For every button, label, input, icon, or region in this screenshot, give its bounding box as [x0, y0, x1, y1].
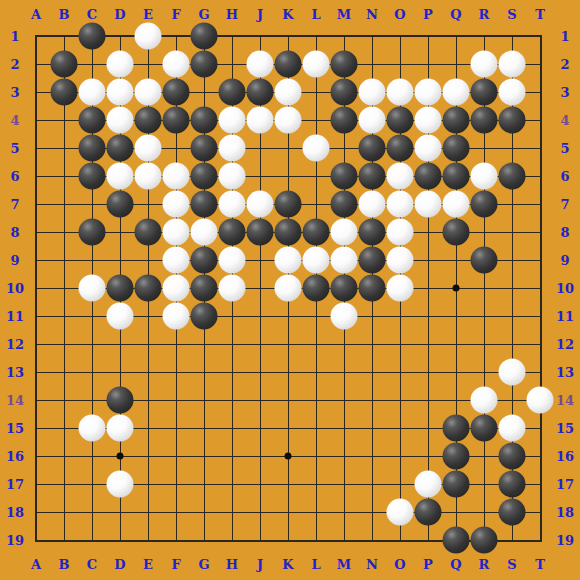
intersection-R18[interactable]: [470, 498, 498, 526]
intersection-J16[interactable]: [246, 442, 274, 470]
intersection-Q14[interactable]: [442, 386, 470, 414]
intersection-D11[interactable]: [106, 302, 134, 330]
intersection-S2[interactable]: [498, 50, 526, 78]
intersection-Q16[interactable]: [442, 442, 470, 470]
intersection-H4[interactable]: [218, 106, 246, 134]
intersection-J18[interactable]: [246, 498, 274, 526]
intersection-C11[interactable]: [78, 302, 106, 330]
intersection-S15[interactable]: [498, 414, 526, 442]
intersection-M11[interactable]: [330, 302, 358, 330]
intersection-K7[interactable]: [274, 190, 302, 218]
intersection-O7[interactable]: [386, 190, 414, 218]
intersection-B17[interactable]: [50, 470, 78, 498]
intersection-B7[interactable]: [50, 190, 78, 218]
intersection-P16[interactable]: [414, 442, 442, 470]
intersection-G6[interactable]: [190, 162, 218, 190]
intersection-M3[interactable]: [330, 78, 358, 106]
intersection-F13[interactable]: [162, 358, 190, 386]
intersection-H16[interactable]: [218, 442, 246, 470]
intersection-P9[interactable]: [414, 246, 442, 274]
intersection-R17[interactable]: [470, 470, 498, 498]
intersection-S12[interactable]: [498, 330, 526, 358]
intersection-M13[interactable]: [330, 358, 358, 386]
intersection-R15[interactable]: [470, 414, 498, 442]
intersection-G1[interactable]: [190, 22, 218, 50]
intersection-P15[interactable]: [414, 414, 442, 442]
intersection-E3[interactable]: [134, 78, 162, 106]
intersection-G13[interactable]: [190, 358, 218, 386]
intersection-M15[interactable]: [330, 414, 358, 442]
intersection-C10[interactable]: [78, 274, 106, 302]
intersection-D12[interactable]: [106, 330, 134, 358]
intersection-P3[interactable]: [414, 78, 442, 106]
intersection-O2[interactable]: [386, 50, 414, 78]
intersection-N5[interactable]: [358, 134, 386, 162]
intersection-N4[interactable]: [358, 106, 386, 134]
intersection-C5[interactable]: [78, 134, 106, 162]
intersection-N10[interactable]: [358, 274, 386, 302]
intersection-F12[interactable]: [162, 330, 190, 358]
intersection-S9[interactable]: [498, 246, 526, 274]
intersection-R10[interactable]: [470, 274, 498, 302]
intersection-N19[interactable]: [358, 526, 386, 554]
intersection-L15[interactable]: [302, 414, 330, 442]
intersection-D19[interactable]: [106, 526, 134, 554]
intersection-E12[interactable]: [134, 330, 162, 358]
intersection-H8[interactable]: [218, 218, 246, 246]
intersection-K13[interactable]: [274, 358, 302, 386]
intersection-E15[interactable]: [134, 414, 162, 442]
intersection-H15[interactable]: [218, 414, 246, 442]
intersection-A8[interactable]: [22, 218, 50, 246]
intersection-C17[interactable]: [78, 470, 106, 498]
intersection-B19[interactable]: [50, 526, 78, 554]
intersection-M5[interactable]: [330, 134, 358, 162]
intersection-Q19[interactable]: [442, 526, 470, 554]
intersection-D8[interactable]: [106, 218, 134, 246]
intersection-B9[interactable]: [50, 246, 78, 274]
intersection-E19[interactable]: [134, 526, 162, 554]
intersection-T2[interactable]: [526, 50, 554, 78]
intersection-T1[interactable]: [526, 22, 554, 50]
intersection-D10[interactable]: [106, 274, 134, 302]
intersection-R13[interactable]: [470, 358, 498, 386]
intersection-B5[interactable]: [50, 134, 78, 162]
intersection-J7[interactable]: [246, 190, 274, 218]
intersection-E13[interactable]: [134, 358, 162, 386]
intersection-E17[interactable]: [134, 470, 162, 498]
intersection-M16[interactable]: [330, 442, 358, 470]
intersection-C7[interactable]: [78, 190, 106, 218]
intersection-C6[interactable]: [78, 162, 106, 190]
intersection-L3[interactable]: [302, 78, 330, 106]
intersection-C3[interactable]: [78, 78, 106, 106]
intersection-S14[interactable]: [498, 386, 526, 414]
intersection-C19[interactable]: [78, 526, 106, 554]
intersection-B1[interactable]: [50, 22, 78, 50]
intersection-L17[interactable]: [302, 470, 330, 498]
intersection-H18[interactable]: [218, 498, 246, 526]
intersection-P18[interactable]: [414, 498, 442, 526]
intersection-T8[interactable]: [526, 218, 554, 246]
intersection-F11[interactable]: [162, 302, 190, 330]
intersection-B3[interactable]: [50, 78, 78, 106]
intersection-M18[interactable]: [330, 498, 358, 526]
intersection-K12[interactable]: [274, 330, 302, 358]
intersection-R14[interactable]: [470, 386, 498, 414]
intersection-N18[interactable]: [358, 498, 386, 526]
intersection-B16[interactable]: [50, 442, 78, 470]
intersection-D2[interactable]: [106, 50, 134, 78]
intersection-S7[interactable]: [498, 190, 526, 218]
intersection-O8[interactable]: [386, 218, 414, 246]
intersection-O15[interactable]: [386, 414, 414, 442]
intersection-O6[interactable]: [386, 162, 414, 190]
intersection-G2[interactable]: [190, 50, 218, 78]
intersection-K18[interactable]: [274, 498, 302, 526]
intersection-L5[interactable]: [302, 134, 330, 162]
intersection-P1[interactable]: [414, 22, 442, 50]
intersection-A2[interactable]: [22, 50, 50, 78]
intersection-D16[interactable]: [106, 442, 134, 470]
intersection-P10[interactable]: [414, 274, 442, 302]
intersection-D13[interactable]: [106, 358, 134, 386]
intersection-L7[interactable]: [302, 190, 330, 218]
intersection-K2[interactable]: [274, 50, 302, 78]
intersection-S13[interactable]: [498, 358, 526, 386]
intersection-L13[interactable]: [302, 358, 330, 386]
intersection-G16[interactable]: [190, 442, 218, 470]
intersection-S1[interactable]: [498, 22, 526, 50]
intersection-J3[interactable]: [246, 78, 274, 106]
intersection-G10[interactable]: [190, 274, 218, 302]
intersection-M1[interactable]: [330, 22, 358, 50]
intersection-R19[interactable]: [470, 526, 498, 554]
intersection-F16[interactable]: [162, 442, 190, 470]
intersection-C16[interactable]: [78, 442, 106, 470]
intersection-P13[interactable]: [414, 358, 442, 386]
intersection-S17[interactable]: [498, 470, 526, 498]
intersection-H7[interactable]: [218, 190, 246, 218]
intersection-A5[interactable]: [22, 134, 50, 162]
intersection-A1[interactable]: [22, 22, 50, 50]
intersection-B11[interactable]: [50, 302, 78, 330]
intersection-J6[interactable]: [246, 162, 274, 190]
intersection-H1[interactable]: [218, 22, 246, 50]
intersection-B4[interactable]: [50, 106, 78, 134]
intersection-D5[interactable]: [106, 134, 134, 162]
intersection-M8[interactable]: [330, 218, 358, 246]
intersection-O5[interactable]: [386, 134, 414, 162]
intersection-O9[interactable]: [386, 246, 414, 274]
intersection-L19[interactable]: [302, 526, 330, 554]
intersection-O1[interactable]: [386, 22, 414, 50]
intersection-E16[interactable]: [134, 442, 162, 470]
intersection-S19[interactable]: [498, 526, 526, 554]
intersection-P14[interactable]: [414, 386, 442, 414]
intersection-P7[interactable]: [414, 190, 442, 218]
intersection-S8[interactable]: [498, 218, 526, 246]
intersection-N3[interactable]: [358, 78, 386, 106]
intersection-H5[interactable]: [218, 134, 246, 162]
intersection-C4[interactable]: [78, 106, 106, 134]
intersection-H14[interactable]: [218, 386, 246, 414]
intersection-P17[interactable]: [414, 470, 442, 498]
intersection-T14[interactable]: [526, 386, 554, 414]
intersection-K16[interactable]: [274, 442, 302, 470]
intersection-T16[interactable]: [526, 442, 554, 470]
intersection-E7[interactable]: [134, 190, 162, 218]
intersection-R3[interactable]: [470, 78, 498, 106]
intersection-R2[interactable]: [470, 50, 498, 78]
intersection-G7[interactable]: [190, 190, 218, 218]
intersection-G18[interactable]: [190, 498, 218, 526]
intersection-C9[interactable]: [78, 246, 106, 274]
intersection-B10[interactable]: [50, 274, 78, 302]
intersection-F9[interactable]: [162, 246, 190, 274]
intersection-O16[interactable]: [386, 442, 414, 470]
intersection-F19[interactable]: [162, 526, 190, 554]
intersection-R6[interactable]: [470, 162, 498, 190]
intersection-N13[interactable]: [358, 358, 386, 386]
intersection-Q13[interactable]: [442, 358, 470, 386]
intersection-C15[interactable]: [78, 414, 106, 442]
intersection-M10[interactable]: [330, 274, 358, 302]
intersection-K10[interactable]: [274, 274, 302, 302]
intersection-L11[interactable]: [302, 302, 330, 330]
intersection-B12[interactable]: [50, 330, 78, 358]
intersection-D17[interactable]: [106, 470, 134, 498]
intersection-K15[interactable]: [274, 414, 302, 442]
intersection-N16[interactable]: [358, 442, 386, 470]
intersection-F18[interactable]: [162, 498, 190, 526]
intersection-P12[interactable]: [414, 330, 442, 358]
intersection-T15[interactable]: [526, 414, 554, 442]
intersection-T5[interactable]: [526, 134, 554, 162]
intersection-O13[interactable]: [386, 358, 414, 386]
intersection-L8[interactable]: [302, 218, 330, 246]
intersection-A3[interactable]: [22, 78, 50, 106]
intersection-H6[interactable]: [218, 162, 246, 190]
intersection-T9[interactable]: [526, 246, 554, 274]
intersection-C14[interactable]: [78, 386, 106, 414]
intersection-E10[interactable]: [134, 274, 162, 302]
intersection-N17[interactable]: [358, 470, 386, 498]
intersection-L1[interactable]: [302, 22, 330, 50]
intersection-J5[interactable]: [246, 134, 274, 162]
intersection-O14[interactable]: [386, 386, 414, 414]
intersection-K14[interactable]: [274, 386, 302, 414]
intersection-G14[interactable]: [190, 386, 218, 414]
intersection-Q17[interactable]: [442, 470, 470, 498]
intersection-A14[interactable]: [22, 386, 50, 414]
intersection-A12[interactable]: [22, 330, 50, 358]
intersection-E4[interactable]: [134, 106, 162, 134]
intersection-D4[interactable]: [106, 106, 134, 134]
intersection-H19[interactable]: [218, 526, 246, 554]
intersection-E5[interactable]: [134, 134, 162, 162]
intersection-Q10[interactable]: [442, 274, 470, 302]
intersection-T4[interactable]: [526, 106, 554, 134]
intersection-G19[interactable]: [190, 526, 218, 554]
intersection-Q15[interactable]: [442, 414, 470, 442]
intersection-R1[interactable]: [470, 22, 498, 50]
intersection-O19[interactable]: [386, 526, 414, 554]
intersection-Q2[interactable]: [442, 50, 470, 78]
intersection-N7[interactable]: [358, 190, 386, 218]
intersection-N14[interactable]: [358, 386, 386, 414]
intersection-P6[interactable]: [414, 162, 442, 190]
intersection-T19[interactable]: [526, 526, 554, 554]
intersection-E2[interactable]: [134, 50, 162, 78]
intersection-J13[interactable]: [246, 358, 274, 386]
intersection-K3[interactable]: [274, 78, 302, 106]
intersection-S16[interactable]: [498, 442, 526, 470]
intersection-K5[interactable]: [274, 134, 302, 162]
intersection-T18[interactable]: [526, 498, 554, 526]
intersection-O18[interactable]: [386, 498, 414, 526]
intersection-F5[interactable]: [162, 134, 190, 162]
intersection-D14[interactable]: [106, 386, 134, 414]
intersection-H3[interactable]: [218, 78, 246, 106]
intersection-K6[interactable]: [274, 162, 302, 190]
intersection-D7[interactable]: [106, 190, 134, 218]
intersection-Q5[interactable]: [442, 134, 470, 162]
intersection-K8[interactable]: [274, 218, 302, 246]
intersection-F15[interactable]: [162, 414, 190, 442]
intersection-M6[interactable]: [330, 162, 358, 190]
intersection-J9[interactable]: [246, 246, 274, 274]
intersection-E6[interactable]: [134, 162, 162, 190]
intersection-K1[interactable]: [274, 22, 302, 50]
intersection-P11[interactable]: [414, 302, 442, 330]
intersection-J19[interactable]: [246, 526, 274, 554]
intersection-A16[interactable]: [22, 442, 50, 470]
intersection-O12[interactable]: [386, 330, 414, 358]
intersection-T10[interactable]: [526, 274, 554, 302]
intersection-H12[interactable]: [218, 330, 246, 358]
intersection-H9[interactable]: [218, 246, 246, 274]
intersection-R12[interactable]: [470, 330, 498, 358]
intersection-F6[interactable]: [162, 162, 190, 190]
intersection-P4[interactable]: [414, 106, 442, 134]
intersection-J15[interactable]: [246, 414, 274, 442]
intersection-T7[interactable]: [526, 190, 554, 218]
intersection-P8[interactable]: [414, 218, 442, 246]
intersection-C8[interactable]: [78, 218, 106, 246]
intersection-L4[interactable]: [302, 106, 330, 134]
intersection-B14[interactable]: [50, 386, 78, 414]
intersection-L18[interactable]: [302, 498, 330, 526]
intersection-F4[interactable]: [162, 106, 190, 134]
intersection-H11[interactable]: [218, 302, 246, 330]
intersection-T11[interactable]: [526, 302, 554, 330]
intersection-T12[interactable]: [526, 330, 554, 358]
intersection-J11[interactable]: [246, 302, 274, 330]
intersection-N11[interactable]: [358, 302, 386, 330]
intersection-M4[interactable]: [330, 106, 358, 134]
intersection-F1[interactable]: [162, 22, 190, 50]
intersection-P5[interactable]: [414, 134, 442, 162]
intersection-L6[interactable]: [302, 162, 330, 190]
intersection-E14[interactable]: [134, 386, 162, 414]
intersection-C2[interactable]: [78, 50, 106, 78]
intersection-B15[interactable]: [50, 414, 78, 442]
intersection-Q6[interactable]: [442, 162, 470, 190]
intersection-B6[interactable]: [50, 162, 78, 190]
intersection-L12[interactable]: [302, 330, 330, 358]
intersection-Q4[interactable]: [442, 106, 470, 134]
intersection-R4[interactable]: [470, 106, 498, 134]
intersection-G17[interactable]: [190, 470, 218, 498]
intersection-R11[interactable]: [470, 302, 498, 330]
intersection-H2[interactable]: [218, 50, 246, 78]
intersection-O10[interactable]: [386, 274, 414, 302]
intersection-E18[interactable]: [134, 498, 162, 526]
intersection-S10[interactable]: [498, 274, 526, 302]
intersection-K11[interactable]: [274, 302, 302, 330]
intersection-B18[interactable]: [50, 498, 78, 526]
intersection-J4[interactable]: [246, 106, 274, 134]
intersection-O3[interactable]: [386, 78, 414, 106]
intersection-Q8[interactable]: [442, 218, 470, 246]
intersection-F7[interactable]: [162, 190, 190, 218]
intersection-G8[interactable]: [190, 218, 218, 246]
intersection-K17[interactable]: [274, 470, 302, 498]
intersection-A18[interactable]: [22, 498, 50, 526]
intersection-N2[interactable]: [358, 50, 386, 78]
intersection-N6[interactable]: [358, 162, 386, 190]
intersection-J14[interactable]: [246, 386, 274, 414]
intersection-J2[interactable]: [246, 50, 274, 78]
intersection-A7[interactable]: [22, 190, 50, 218]
intersection-M7[interactable]: [330, 190, 358, 218]
intersection-T3[interactable]: [526, 78, 554, 106]
intersection-B2[interactable]: [50, 50, 78, 78]
intersection-A11[interactable]: [22, 302, 50, 330]
intersection-A15[interactable]: [22, 414, 50, 442]
intersection-G3[interactable]: [190, 78, 218, 106]
intersection-C18[interactable]: [78, 498, 106, 526]
intersection-J12[interactable]: [246, 330, 274, 358]
intersection-K19[interactable]: [274, 526, 302, 554]
intersection-A9[interactable]: [22, 246, 50, 274]
intersection-L16[interactable]: [302, 442, 330, 470]
intersection-Q12[interactable]: [442, 330, 470, 358]
intersection-F8[interactable]: [162, 218, 190, 246]
intersection-D15[interactable]: [106, 414, 134, 442]
intersection-G12[interactable]: [190, 330, 218, 358]
intersection-L9[interactable]: [302, 246, 330, 274]
intersection-O4[interactable]: [386, 106, 414, 134]
intersection-G11[interactable]: [190, 302, 218, 330]
intersection-S5[interactable]: [498, 134, 526, 162]
intersection-D18[interactable]: [106, 498, 134, 526]
intersection-G9[interactable]: [190, 246, 218, 274]
intersection-F17[interactable]: [162, 470, 190, 498]
intersection-G4[interactable]: [190, 106, 218, 134]
intersection-D9[interactable]: [106, 246, 134, 274]
intersection-A19[interactable]: [22, 526, 50, 554]
intersection-H17[interactable]: [218, 470, 246, 498]
intersection-Q18[interactable]: [442, 498, 470, 526]
intersection-D6[interactable]: [106, 162, 134, 190]
intersection-S3[interactable]: [498, 78, 526, 106]
intersection-R9[interactable]: [470, 246, 498, 274]
intersection-J10[interactable]: [246, 274, 274, 302]
intersection-N12[interactable]: [358, 330, 386, 358]
intersection-F14[interactable]: [162, 386, 190, 414]
